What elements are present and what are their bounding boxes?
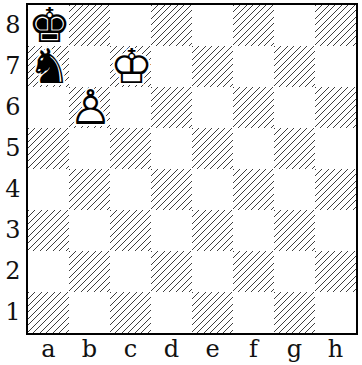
square-b4: [69, 169, 110, 210]
piece-black-knight: ♞♞: [28, 46, 69, 87]
square-h1: [315, 292, 356, 333]
piece-white-king: ♚♔: [110, 46, 151, 87]
square-h5: [315, 128, 356, 169]
black-knight-glyph: ♞: [28, 46, 69, 87]
rank-label-5: 5: [0, 128, 26, 169]
rank-label-8: 8: [0, 5, 26, 46]
square-h2: [315, 251, 356, 292]
file-label-h: h: [315, 337, 356, 362]
file-label-c: c: [110, 337, 151, 362]
square-e7: [192, 46, 233, 87]
square-h3: [315, 210, 356, 251]
square-c1: [110, 292, 151, 333]
square-a5: [28, 128, 69, 169]
square-g4: [274, 169, 315, 210]
square-f5: [233, 128, 274, 169]
file-label-b: b: [69, 337, 110, 362]
rank-label-1: 1: [0, 292, 26, 333]
square-e2: [192, 251, 233, 292]
square-d2: [151, 251, 192, 292]
rank-label-2: 2: [0, 251, 26, 292]
square-f7: [233, 46, 274, 87]
white-pawn-glyph: ♙: [69, 87, 110, 128]
square-a1: [28, 292, 69, 333]
file-label-g: g: [274, 337, 315, 362]
square-b2: [69, 251, 110, 292]
square-h6: [315, 87, 356, 128]
file-label-f: f: [233, 337, 274, 362]
square-c2: [110, 251, 151, 292]
rank-labels: 87654321: [0, 3, 26, 335]
square-e4: [192, 169, 233, 210]
square-a3: [28, 210, 69, 251]
square-a7: ♞♞: [28, 46, 69, 87]
square-g2: [274, 251, 315, 292]
rank-label-6: 6: [0, 87, 26, 128]
square-f2: [233, 251, 274, 292]
square-a2: [28, 251, 69, 292]
square-a4: [28, 169, 69, 210]
square-f8: [233, 5, 274, 46]
square-d8: [151, 5, 192, 46]
square-d7: [151, 46, 192, 87]
rank-label-7: 7: [0, 46, 26, 87]
square-a6: [28, 87, 69, 128]
square-b6: ♟♙: [69, 87, 110, 128]
chess-diagram: 87654321 ♚♚♞♞♚♔♟♙ abcdefgh: [0, 0, 362, 362]
square-b8: [69, 5, 110, 46]
square-g8: [274, 5, 315, 46]
square-e6: [192, 87, 233, 128]
file-label-e: e: [192, 337, 233, 362]
square-e8: [192, 5, 233, 46]
square-e5: [192, 128, 233, 169]
square-c5: [110, 128, 151, 169]
square-h4: [315, 169, 356, 210]
rank-label-3: 3: [0, 210, 26, 251]
square-f3: [233, 210, 274, 251]
square-g7: [274, 46, 315, 87]
file-labels: abcdefgh: [26, 335, 358, 362]
square-e1: [192, 292, 233, 333]
square-f4: [233, 169, 274, 210]
square-g1: [274, 292, 315, 333]
rank-label-4: 4: [0, 169, 26, 210]
square-c7: ♚♔: [110, 46, 151, 87]
square-c6: [110, 87, 151, 128]
square-d5: [151, 128, 192, 169]
square-b5: [69, 128, 110, 169]
square-e3: [192, 210, 233, 251]
piece-white-pawn: ♟♙: [69, 87, 110, 128]
square-c4: [110, 169, 151, 210]
white-king-glyph: ♔: [110, 46, 151, 87]
corner-spacer: [0, 335, 26, 362]
square-f1: [233, 292, 274, 333]
square-g6: [274, 87, 315, 128]
square-g5: [274, 128, 315, 169]
square-d6: [151, 87, 192, 128]
file-label-d: d: [151, 337, 192, 362]
square-d1: [151, 292, 192, 333]
file-label-a: a: [28, 337, 69, 362]
square-g3: [274, 210, 315, 251]
square-f6: [233, 87, 274, 128]
square-c3: [110, 210, 151, 251]
chess-board: ♚♚♞♞♚♔♟♙: [26, 3, 358, 335]
square-h8: [315, 5, 356, 46]
square-b3: [69, 210, 110, 251]
square-d4: [151, 169, 192, 210]
square-b1: [69, 292, 110, 333]
square-h7: [315, 46, 356, 87]
square-d3: [151, 210, 192, 251]
